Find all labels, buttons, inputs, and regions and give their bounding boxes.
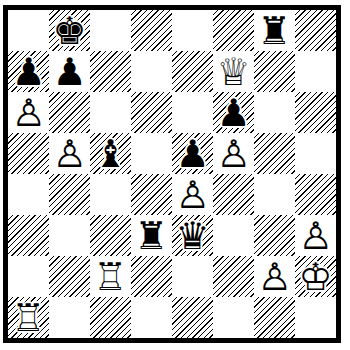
square-b7[interactable]: ♟ bbox=[49, 51, 90, 92]
square-h7[interactable] bbox=[295, 51, 336, 92]
square-c1[interactable] bbox=[90, 297, 131, 338]
piece-white-king[interactable]: ♔ bbox=[295, 256, 336, 297]
square-d8[interactable] bbox=[131, 10, 172, 51]
piece-white-queen-fill: ♛ bbox=[213, 51, 254, 92]
square-a1[interactable]: ♜♖ bbox=[8, 297, 49, 338]
square-d1[interactable] bbox=[131, 297, 172, 338]
piece-black-pawn[interactable]: ♟ bbox=[172, 133, 213, 174]
square-h3[interactable]: ♟♙ bbox=[295, 215, 336, 256]
square-a2[interactable] bbox=[8, 256, 49, 297]
square-h8[interactable] bbox=[295, 10, 336, 51]
square-c8[interactable] bbox=[90, 10, 131, 51]
piece-black-rook[interactable]: ♜ bbox=[131, 215, 172, 256]
square-b5[interactable]: ♟♙ bbox=[49, 133, 90, 174]
square-a5[interactable] bbox=[8, 133, 49, 174]
piece-white-pawn[interactable]: ♙ bbox=[49, 133, 90, 174]
square-d5[interactable] bbox=[131, 133, 172, 174]
square-b3[interactable] bbox=[49, 215, 90, 256]
piece-white-rook-fill: ♜ bbox=[90, 256, 131, 297]
square-h6[interactable] bbox=[295, 92, 336, 133]
piece-black-pawn[interactable]: ♟ bbox=[49, 51, 90, 92]
piece-white-pawn-fill: ♟ bbox=[8, 92, 49, 133]
square-d2[interactable] bbox=[131, 256, 172, 297]
square-e2[interactable] bbox=[172, 256, 213, 297]
piece-white-pawn-fill: ♟ bbox=[295, 215, 336, 256]
piece-black-rook[interactable]: ♜ bbox=[254, 10, 295, 51]
square-e4[interactable]: ♟♙ bbox=[172, 174, 213, 215]
piece-black-bishop[interactable]: ♝ bbox=[90, 133, 131, 174]
square-f5[interactable]: ♟♙ bbox=[213, 133, 254, 174]
piece-white-pawn[interactable]: ♙ bbox=[8, 92, 49, 133]
square-g4[interactable] bbox=[254, 174, 295, 215]
square-e1[interactable] bbox=[172, 297, 213, 338]
piece-white-queen[interactable]: ♕ bbox=[213, 51, 254, 92]
square-e5[interactable]: ♟ bbox=[172, 133, 213, 174]
square-e3[interactable]: ♛ bbox=[172, 215, 213, 256]
piece-black-queen[interactable]: ♛ bbox=[172, 215, 213, 256]
square-g3[interactable] bbox=[254, 215, 295, 256]
square-b2[interactable] bbox=[49, 256, 90, 297]
square-c3[interactable] bbox=[90, 215, 131, 256]
square-f3[interactable] bbox=[213, 215, 254, 256]
square-g2[interactable]: ♟♙ bbox=[254, 256, 295, 297]
piece-white-pawn-fill: ♟ bbox=[254, 256, 295, 297]
piece-white-pawn-fill: ♟ bbox=[213, 133, 254, 174]
piece-white-pawn-fill: ♟ bbox=[172, 174, 213, 215]
square-e7[interactable] bbox=[172, 51, 213, 92]
square-a3[interactable] bbox=[8, 215, 49, 256]
square-g8[interactable]: ♜ bbox=[254, 10, 295, 51]
square-g5[interactable] bbox=[254, 133, 295, 174]
square-g1[interactable] bbox=[254, 297, 295, 338]
square-b4[interactable] bbox=[49, 174, 90, 215]
square-d7[interactable] bbox=[131, 51, 172, 92]
square-a7[interactable]: ♟ bbox=[8, 51, 49, 92]
piece-white-pawn[interactable]: ♙ bbox=[295, 215, 336, 256]
square-f8[interactable] bbox=[213, 10, 254, 51]
piece-white-pawn[interactable]: ♙ bbox=[213, 133, 254, 174]
square-f7[interactable]: ♛♕ bbox=[213, 51, 254, 92]
square-d6[interactable] bbox=[131, 92, 172, 133]
piece-white-rook[interactable]: ♖ bbox=[8, 297, 49, 338]
square-f2[interactable] bbox=[213, 256, 254, 297]
square-f4[interactable] bbox=[213, 174, 254, 215]
piece-white-king-fill: ♚ bbox=[295, 256, 336, 297]
square-e8[interactable] bbox=[172, 10, 213, 51]
square-h5[interactable] bbox=[295, 133, 336, 174]
board-frame: ♚♜♟♟♛♕♟♙♟♟♙♝♟♟♙♟♙♜♛♟♙♜♖♟♙♚♔♜♖ bbox=[3, 5, 341, 343]
square-g7[interactable] bbox=[254, 51, 295, 92]
square-c7[interactable] bbox=[90, 51, 131, 92]
piece-black-pawn[interactable]: ♟ bbox=[8, 51, 49, 92]
square-c5[interactable]: ♝ bbox=[90, 133, 131, 174]
square-h4[interactable] bbox=[295, 174, 336, 215]
square-c6[interactable] bbox=[90, 92, 131, 133]
square-e6[interactable] bbox=[172, 92, 213, 133]
square-c4[interactable] bbox=[90, 174, 131, 215]
square-h2[interactable]: ♚♔ bbox=[295, 256, 336, 297]
square-c2[interactable]: ♜♖ bbox=[90, 256, 131, 297]
square-g6[interactable] bbox=[254, 92, 295, 133]
piece-black-king[interactable]: ♚ bbox=[49, 10, 90, 51]
square-b8[interactable]: ♚ bbox=[49, 10, 90, 51]
piece-white-pawn-fill: ♟ bbox=[49, 133, 90, 174]
square-a8[interactable] bbox=[8, 10, 49, 51]
square-f1[interactable] bbox=[213, 297, 254, 338]
piece-white-pawn[interactable]: ♙ bbox=[172, 174, 213, 215]
square-d3[interactable]: ♜ bbox=[131, 215, 172, 256]
square-d4[interactable] bbox=[131, 174, 172, 215]
piece-white-pawn[interactable]: ♙ bbox=[254, 256, 295, 297]
square-f6[interactable]: ♟ bbox=[213, 92, 254, 133]
square-a4[interactable] bbox=[8, 174, 49, 215]
chess-board: ♚♜♟♟♛♕♟♙♟♟♙♝♟♟♙♟♙♜♛♟♙♜♖♟♙♚♔♜♖ bbox=[8, 10, 336, 338]
piece-black-pawn[interactable]: ♟ bbox=[213, 92, 254, 133]
square-b1[interactable] bbox=[49, 297, 90, 338]
piece-white-rook[interactable]: ♖ bbox=[90, 256, 131, 297]
square-a6[interactable]: ♟♙ bbox=[8, 92, 49, 133]
square-h1[interactable] bbox=[295, 297, 336, 338]
square-b6[interactable] bbox=[49, 92, 90, 133]
piece-white-rook-fill: ♜ bbox=[8, 297, 49, 338]
